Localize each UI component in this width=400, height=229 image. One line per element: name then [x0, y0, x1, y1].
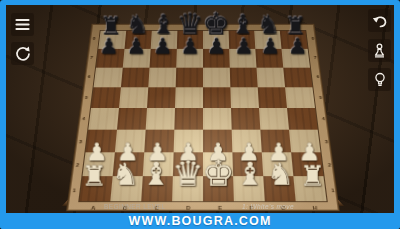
hint-icon [373, 72, 387, 88]
square-c8[interactable] [151, 31, 178, 49]
rook-glyph: ♜ [299, 163, 324, 190]
bishop-glyph: ♝ [235, 160, 263, 190]
queen-glyph: ♛ [172, 157, 203, 190]
bottom-banner[interactable]: WWW.BOUGRA.COM [0, 213, 400, 229]
square-f7[interactable] [229, 49, 256, 68]
piece-white-bishop-f1[interactable]: ♝ [234, 146, 265, 190]
rank-label-1-right: 1 [331, 189, 335, 194]
rank-label-6-right: 6 [316, 76, 319, 80]
rank-label-6-left: 6 [87, 76, 90, 80]
rotate-board-icon [15, 46, 31, 62]
chess-app-window: ABCDEFGH8877665544332211 ♜♞♝♛♚♝♞♜♟♟♟♟♟♟♟… [0, 0, 400, 229]
file-label-A: A [91, 206, 96, 211]
piece-white-king-e1[interactable]: ♚ [203, 146, 234, 190]
square-b6[interactable] [121, 68, 150, 88]
square-h8[interactable] [280, 31, 308, 49]
square-b7[interactable] [123, 49, 151, 68]
menu-button[interactable] [11, 13, 34, 36]
square-h5[interactable] [285, 87, 315, 108]
rank-label-4-right: 4 [322, 118, 326, 122]
pawn-player-icon [372, 43, 387, 59]
rank-label-5-left: 5 [85, 96, 89, 100]
square-c6[interactable] [148, 68, 176, 88]
rook-glyph: ♜ [81, 163, 106, 190]
rank-label-1-left: 1 [72, 189, 76, 194]
file-label-D: D [186, 206, 191, 211]
square-h7[interactable] [281, 49, 310, 68]
square-e6[interactable] [203, 68, 230, 88]
square-a7[interactable] [96, 49, 125, 68]
square-a6[interactable] [94, 68, 123, 88]
menu-icon [15, 18, 30, 31]
square-g5[interactable] [258, 87, 287, 108]
square-b8[interactable] [125, 31, 152, 49]
piece-white-knight-b1[interactable]: ♞ [110, 146, 141, 190]
difficulty-level-label: BEGINNER LEVEL [104, 204, 166, 211]
switch-side-button[interactable] [368, 39, 391, 62]
square-d7[interactable] [176, 49, 203, 68]
piece-white-rook-h1[interactable]: ♜ [296, 146, 327, 190]
rank-label-8-left: 8 [92, 37, 95, 41]
undo-icon [372, 14, 388, 28]
piece-white-knight-g1[interactable]: ♞ [265, 146, 296, 190]
knight-glyph: ♞ [267, 161, 294, 190]
square-d5[interactable] [175, 87, 203, 108]
square-e5[interactable] [203, 87, 231, 108]
square-f5[interactable] [230, 87, 259, 108]
bishop-glyph: ♝ [142, 160, 170, 190]
square-b5[interactable] [119, 87, 148, 108]
wood-table-background: ABCDEFGH8877665544332211 ♜♞♝♛♚♝♞♜♟♟♟♟♟♟♟… [6, 5, 394, 213]
square-h6[interactable] [283, 68, 312, 88]
piece-white-bishop-c1[interactable]: ♝ [141, 146, 172, 190]
square-e8[interactable] [203, 31, 229, 49]
file-label-E: E [218, 206, 222, 211]
square-a5[interactable] [91, 87, 121, 108]
undo-move-button[interactable] [368, 9, 391, 32]
square-g6[interactable] [256, 68, 285, 88]
square-a8[interactable] [98, 31, 126, 49]
rank-label-8-right: 8 [311, 37, 314, 41]
file-label-H: H [312, 206, 317, 211]
square-f6[interactable] [230, 68, 258, 88]
rank-label-2-right: 2 [328, 164, 332, 169]
square-c5[interactable] [147, 87, 176, 108]
rotate-board-button[interactable] [11, 42, 34, 65]
rank-label-3-right: 3 [325, 140, 329, 144]
banner-text: WWW.BOUGRA.COM [128, 214, 271, 228]
piece-white-rook-a1[interactable]: ♜ [79, 146, 110, 190]
knight-glyph: ♞ [112, 161, 139, 190]
rank-label-7-right: 7 [314, 56, 317, 60]
square-g8[interactable] [254, 31, 281, 49]
move-turn-label: 1: White's move [242, 204, 294, 211]
piece-white-queen-d1[interactable]: ♛ [172, 146, 203, 190]
square-c7[interactable] [150, 49, 177, 68]
chess-board: ABCDEFGH8877665544332211 ♜♞♝♛♚♝♞♜♟♟♟♟♟♟♟… [66, 24, 340, 212]
king-glyph: ♚ [202, 156, 234, 190]
hint-button[interactable] [368, 68, 391, 91]
square-g7[interactable] [255, 49, 283, 68]
rank-label-5-right: 5 [319, 96, 323, 100]
square-d6[interactable] [176, 68, 203, 88]
rank-label-7-left: 7 [90, 56, 93, 60]
square-f8[interactable] [229, 31, 256, 49]
rank-label-4-left: 4 [82, 118, 86, 122]
square-e7[interactable] [203, 49, 230, 68]
square-d8[interactable] [177, 31, 203, 49]
